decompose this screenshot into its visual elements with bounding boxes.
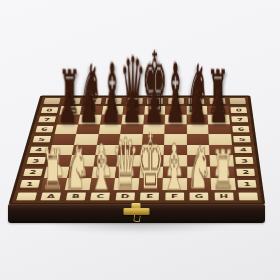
frame-cell: 6 bbox=[230, 124, 253, 134]
square-b1[interactable]: ♞ bbox=[65, 178, 91, 190]
white-knight-piece[interactable]: ♞ bbox=[64, 138, 89, 198]
frame-cell: C bbox=[87, 190, 113, 203]
rank-label-right-5: 5 bbox=[233, 136, 251, 142]
frame-cell: 7 bbox=[229, 115, 252, 125]
frame-cell: F bbox=[162, 190, 187, 203]
white-bishop-piece[interactable]: ♝ bbox=[162, 135, 186, 199]
black-pawn-piece[interactable]: ♟ bbox=[187, 87, 207, 130]
frame-cell bbox=[236, 190, 262, 203]
chess-board: ABCDEFGH8♜♞♝♛♚♝♞♜87♟♟♟♟♟♟♟♟7665544332♟♟♟… bbox=[8, 96, 265, 205]
square-h7[interactable]: ♟ bbox=[208, 115, 230, 125]
brass-clasp bbox=[123, 205, 149, 223]
black-pawn-piece[interactable]: ♟ bbox=[209, 87, 229, 130]
frame-cell: 8 bbox=[228, 106, 250, 115]
frame-cell: 4 bbox=[232, 145, 256, 156]
square-h1[interactable]: ♜ bbox=[211, 178, 236, 190]
frame-cell bbox=[12, 190, 40, 203]
rank-label-right-8: 8 bbox=[231, 107, 248, 113]
frame-cell: 3 bbox=[232, 155, 256, 166]
white-king-piece[interactable]: ♚ bbox=[137, 124, 164, 200]
rank-label-right-4: 4 bbox=[234, 146, 252, 153]
box-front-edge bbox=[8, 204, 265, 223]
square-f7[interactable]: ♟ bbox=[165, 115, 187, 125]
white-rook-piece[interactable]: ♜ bbox=[41, 143, 65, 198]
frame-cell: B bbox=[62, 190, 89, 203]
black-pawn-piece[interactable]: ♟ bbox=[57, 87, 77, 130]
square-g7[interactable]: ♟ bbox=[186, 115, 208, 125]
frame-cell: A bbox=[37, 190, 65, 203]
frame-cell: 1 bbox=[235, 178, 261, 190]
rank-label-right-2: 2 bbox=[237, 168, 256, 175]
rank-label-right-1: 1 bbox=[238, 180, 257, 188]
square-d1[interactable]: ♛ bbox=[114, 178, 139, 190]
file-label-bottom-B: B bbox=[66, 192, 86, 200]
file-label-bottom-C: C bbox=[91, 192, 111, 200]
frame-corner-tile bbox=[239, 192, 259, 200]
rank-label-left-7: 7 bbox=[38, 117, 56, 123]
file-label-bottom-A: A bbox=[41, 192, 61, 200]
white-knight-piece[interactable]: ♞ bbox=[186, 138, 211, 198]
white-rook-piece[interactable]: ♜ bbox=[212, 143, 236, 198]
rank-label-right-6: 6 bbox=[232, 126, 249, 132]
frame-corner-tile bbox=[16, 192, 37, 200]
black-pawn-piece[interactable]: ♟ bbox=[79, 87, 99, 130]
board-perspective-wrapper: ABCDEFGH8♜♞♝♛♚♝♞♜87♟♟♟♟♟♟♟♟7665544332♟♟♟… bbox=[26, 29, 257, 260]
frame-cell: 7 bbox=[35, 115, 59, 125]
file-label-bottom-F: F bbox=[165, 192, 184, 200]
white-queen-piece[interactable]: ♛ bbox=[112, 130, 139, 200]
square-g1[interactable]: ♞ bbox=[187, 178, 211, 190]
frame-cell: D bbox=[112, 190, 138, 203]
rank-label-left-2: 2 bbox=[23, 168, 43, 175]
rank-label-left-8: 8 bbox=[41, 107, 58, 113]
file-label-bottom-H: H bbox=[214, 192, 233, 200]
square-e1[interactable]: ♚ bbox=[138, 178, 163, 190]
square-f1[interactable]: ♝ bbox=[162, 178, 186, 190]
black-pawn-piece[interactable]: ♟ bbox=[166, 87, 186, 130]
square-a7[interactable]: ♟ bbox=[56, 115, 80, 125]
file-label-bottom-G: G bbox=[190, 192, 209, 200]
frame-cell bbox=[227, 97, 249, 106]
rank-label-right-3: 3 bbox=[235, 157, 253, 164]
chess-set-photo: ABCDEFGH8♜♞♝♛♚♝♞♜87♟♟♟♟♟♟♟♟7665544332♟♟♟… bbox=[0, 0, 280, 280]
square-b7[interactable]: ♟ bbox=[78, 115, 101, 125]
clasp-hook bbox=[133, 215, 141, 223]
rank-label-left-1: 1 bbox=[20, 180, 40, 188]
rank-label-left-6: 6 bbox=[35, 126, 53, 132]
frame-cell: 2 bbox=[233, 166, 258, 178]
rank-label-right-7: 7 bbox=[232, 117, 249, 123]
frame-cell: 1 bbox=[16, 178, 43, 190]
frame-cell: H bbox=[211, 190, 237, 203]
white-bishop-piece[interactable]: ♝ bbox=[89, 135, 113, 199]
file-label-bottom-D: D bbox=[115, 192, 134, 200]
frame-cell: G bbox=[187, 190, 212, 203]
file-label-bottom-E: E bbox=[140, 192, 159, 200]
frame-cell: E bbox=[137, 190, 162, 203]
frame-cell: 6 bbox=[32, 124, 57, 134]
frame-corner-tile bbox=[230, 98, 246, 104]
